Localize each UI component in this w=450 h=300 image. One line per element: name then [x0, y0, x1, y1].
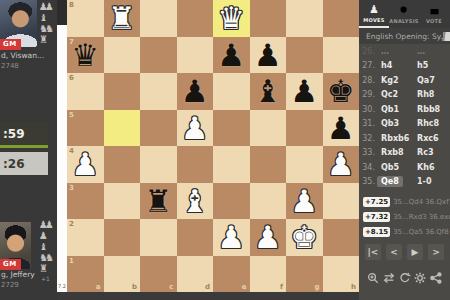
- black-move[interactable]: h5: [417, 61, 428, 70]
- square-a6[interactable]: 6: [67, 73, 104, 110]
- captured-rook: ♜: [39, 263, 57, 274]
- black-move[interactable]: …: [417, 47, 425, 56]
- white-move[interactable]: Qe8: [381, 177, 417, 186]
- file-label: a: [96, 283, 101, 291]
- square-f5[interactable]: [250, 110, 287, 147]
- black-move[interactable]: Rxc6: [417, 134, 439, 143]
- captured-pawn: ♟: [39, 230, 57, 241]
- square-d2[interactable]: [177, 219, 214, 256]
- move-number: 29.: [359, 90, 375, 99]
- evaluation-badge: +7.32: [363, 212, 390, 222]
- square-e6[interactable]: [213, 73, 250, 110]
- rank-label: 3: [69, 184, 74, 192]
- white-move[interactable]: Kg2: [381, 76, 417, 85]
- square-c2[interactable]: [140, 219, 177, 256]
- move-number: 27.: [359, 61, 375, 70]
- move-row[interactable]: 34.Qb5Kh6: [359, 160, 450, 175]
- file-label: b: [132, 283, 137, 291]
- square-d7[interactable]: [177, 37, 214, 74]
- square-b2[interactable]: [104, 219, 141, 256]
- zoom-icon[interactable]: [367, 272, 379, 284]
- square-f2[interactable]: ♟: [250, 219, 287, 256]
- evaluation-bar: 7.2: [57, 0, 67, 292]
- magnifier-icon: [399, 5, 410, 17]
- move-row[interactable]: 33.Rxb8Rc3: [359, 146, 450, 161]
- white-pawn: ♟: [217, 219, 245, 256]
- rank-label: 1: [69, 257, 74, 265]
- white-bishop: ♝: [181, 183, 209, 220]
- square-d8[interactable]: [177, 0, 214, 37]
- rank-label: 6: [69, 74, 74, 82]
- square-g3[interactable]: ♟: [286, 183, 323, 220]
- analysis-line[interactable]: +7.3235...Rxd3 36.exd3 B: [359, 209, 450, 224]
- move-number: 33.: [359, 148, 375, 157]
- square-d6[interactable]: ♟: [177, 73, 214, 110]
- square-g1[interactable]: g: [286, 256, 323, 293]
- square-a5[interactable]: 5: [67, 110, 104, 147]
- player-rating-top: 2748: [1, 62, 19, 70]
- white-move[interactable]: Qb5: [381, 163, 417, 172]
- square-b7[interactable]: [104, 37, 141, 74]
- analysis-line[interactable]: +8.1535...Qa5 36.Qf8+ B: [359, 224, 450, 239]
- file-label: g: [314, 283, 319, 291]
- flip-board-icon[interactable]: [383, 272, 395, 284]
- move-row[interactable]: 31.Qb3Rhc8: [359, 117, 450, 132]
- move-row[interactable]: 27.h4h5: [359, 59, 450, 74]
- square-c3[interactable]: ♜: [140, 183, 177, 220]
- move-navigation: |<<▶>: [359, 244, 450, 260]
- player-name-bottom: g, Jeffery: [1, 270, 35, 279]
- black-move[interactable]: Rh8: [417, 90, 434, 99]
- white-rook: ♜: [108, 0, 136, 37]
- square-d3[interactable]: ♝: [177, 183, 214, 220]
- square-e3[interactable]: [213, 183, 250, 220]
- chess-board: 8♜♛7♛♟♟6♟♝♟♚5♟♟4♟♟3♜♝♟2♟♟♚1abcdefgh: [67, 0, 359, 292]
- next-move-button[interactable]: >: [428, 244, 444, 260]
- square-g8[interactable]: [286, 0, 323, 37]
- square-f4[interactable]: [250, 146, 287, 183]
- gm-badge-bottom: GM: [0, 259, 21, 270]
- square-f6[interactable]: ♝: [250, 73, 287, 110]
- chess-piece-icon: ♟: [369, 4, 379, 16]
- captured-rook: ♜: [39, 34, 57, 45]
- move-row[interactable]: 28.Kg2Qa7: [359, 73, 450, 88]
- white-king: ♚: [290, 219, 318, 256]
- square-e5[interactable]: [213, 110, 250, 147]
- white-move[interactable]: Rbxb6: [381, 134, 417, 143]
- move-row[interactable]: 26.……: [359, 44, 450, 59]
- white-move[interactable]: Qb3: [381, 119, 417, 128]
- clock-top-time: :59: [3, 127, 25, 141]
- move-row[interactable]: 29.Qc2Rh8: [359, 88, 450, 103]
- file-label: f: [280, 283, 283, 291]
- ballot-icon: [429, 5, 440, 17]
- player-rating-bottom: 2729: [1, 281, 19, 289]
- black-move[interactable]: Qa7: [417, 76, 435, 85]
- square-e7[interactable]: ♟: [213, 37, 250, 74]
- square-a2[interactable]: 2: [67, 219, 104, 256]
- captured-pawns: ♟♟: [39, 219, 57, 230]
- opening-name: English Opening: Sy...: [359, 32, 443, 41]
- move-number: 30.: [359, 105, 375, 114]
- move-number: 35.: [359, 177, 375, 186]
- rank-label: 2: [69, 220, 74, 228]
- share-icon[interactable]: [430, 272, 442, 284]
- square-g6[interactable]: ♟: [286, 73, 323, 110]
- rank-label: 4: [69, 147, 74, 155]
- black-king: ♚: [327, 73, 355, 110]
- move-number: 31.: [359, 119, 375, 128]
- opening-name-row: English Opening: Sy...: [359, 28, 450, 44]
- evaluation-bar-black-share: [57, 0, 67, 25]
- evaluation-badge: +7.25: [363, 197, 390, 207]
- file-label: e: [242, 283, 247, 291]
- square-a8[interactable]: 8: [67, 0, 104, 37]
- tab-label: MOVES: [363, 17, 384, 23]
- white-pawn: ♟: [327, 146, 355, 183]
- tab-moves[interactable]: ♟MOVES: [359, 0, 389, 28]
- current-move[interactable]: Qe8: [377, 176, 403, 187]
- square-b5[interactable]: [104, 110, 141, 147]
- white-pawn: ♟: [254, 219, 282, 256]
- square-g2[interactable]: ♚: [286, 219, 323, 256]
- move-number: 32.: [359, 134, 375, 143]
- jump-to-start-button[interactable]: |<: [365, 244, 381, 260]
- white-move[interactable]: …: [381, 47, 417, 56]
- black-pawn: ♟: [217, 37, 245, 74]
- square-b4[interactable]: [104, 146, 141, 183]
- square-a7[interactable]: 7♛: [67, 37, 104, 74]
- tab-label: ANALYSIS: [389, 18, 418, 24]
- white-queen: ♛: [217, 0, 245, 37]
- square-a1[interactable]: 1a: [67, 256, 104, 293]
- file-label: h: [351, 283, 356, 291]
- move-row[interactable]: 35.Qe81-0: [359, 175, 450, 190]
- square-h4[interactable]: ♟: [323, 146, 360, 183]
- square-e8[interactable]: ♛: [213, 0, 250, 37]
- captured-knights: ♞♞: [39, 23, 57, 34]
- clock-top: :59: [0, 122, 48, 145]
- clock-bottom: :26: [0, 152, 48, 175]
- black-pawn: ♟: [290, 73, 318, 110]
- white-move[interactable]: Qb1: [381, 105, 417, 114]
- rank-label: 7: [69, 38, 74, 46]
- players-sidebar: ♟♟♝♞♞♜ GM d, Viswan... 2748 :59 :26 ♟♟♟♝…: [0, 0, 57, 300]
- black-move[interactable]: Rc3: [417, 148, 433, 157]
- settings-icon[interactable]: [414, 272, 426, 284]
- file-label: c: [169, 283, 173, 291]
- rank-label: 8: [69, 1, 74, 9]
- square-f1[interactable]: f: [250, 256, 287, 293]
- tab-analysis[interactable]: ANALYSIS: [389, 0, 419, 28]
- file-label: d: [205, 283, 210, 291]
- white-pawn: ♟: [290, 183, 318, 220]
- active-clock-indicator: [0, 145, 48, 148]
- previous-move-button[interactable]: <: [386, 244, 402, 260]
- square-b1[interactable]: b: [104, 256, 141, 293]
- black-move[interactable]: 1-0: [417, 177, 431, 186]
- white-pawn: ♟: [71, 146, 99, 183]
- black-pawn: ♟: [327, 110, 355, 147]
- black-move[interactable]: Rbb8: [417, 105, 440, 114]
- square-f7[interactable]: ♟: [250, 37, 287, 74]
- player-name-top: d, Viswan...: [1, 51, 44, 60]
- square-h7[interactable]: [323, 37, 360, 74]
- square-g7[interactable]: [286, 37, 323, 74]
- square-b8[interactable]: ♜: [104, 0, 141, 37]
- square-b6[interactable]: [104, 73, 141, 110]
- square-e2[interactable]: ♟: [213, 219, 250, 256]
- captured-pawns: ♟♟: [39, 1, 57, 12]
- square-g5[interactable]: [286, 110, 323, 147]
- move-list: 26.……27.h4h528.Kg2Qa729.Qc2Rh830.Qb1Rbb8…: [359, 44, 450, 189]
- move-row[interactable]: 30.Qb1Rbb8: [359, 102, 450, 117]
- square-h1[interactable]: h: [323, 256, 360, 293]
- board-toolbar: [359, 272, 450, 284]
- play-button[interactable]: ▶: [407, 244, 423, 260]
- square-h3[interactable]: [323, 183, 360, 220]
- evaluation-value: 7.2: [57, 283, 67, 289]
- white-move[interactable]: Rxb8: [381, 148, 417, 157]
- analysis-moves: 35...Qa5 36.Qf8+ B: [393, 228, 450, 236]
- square-c4[interactable]: [140, 146, 177, 183]
- engine-analysis-lines: +7.2535...Qd4 36.Qxf7 R+7.3235...Rxd3 36…: [359, 194, 450, 239]
- square-b3[interactable]: [104, 183, 141, 220]
- captured-knights: ♞♞: [39, 252, 57, 263]
- white-move[interactable]: Qc2: [381, 90, 417, 99]
- black-move[interactable]: Rhc8: [417, 119, 439, 128]
- move-number: 34.: [359, 163, 375, 172]
- captured-bishop: ♝: [39, 12, 57, 23]
- square-h6[interactable]: ♚: [323, 73, 360, 110]
- move-number: 28.: [359, 76, 375, 85]
- move-row[interactable]: 32.Rbxb6Rxc6: [359, 131, 450, 146]
- square-c6[interactable]: [140, 73, 177, 110]
- panel-tabs: ♟MOVESANALYSISVOTE: [359, 0, 450, 28]
- square-g4[interactable]: [286, 146, 323, 183]
- white-pawn: ♟: [181, 110, 209, 147]
- reset-icon[interactable]: [399, 272, 411, 284]
- black-rook: ♜: [144, 183, 172, 220]
- white-move[interactable]: h4: [381, 61, 417, 70]
- square-f3[interactable]: [250, 183, 287, 220]
- move-number: 26.: [359, 47, 375, 56]
- captured-bishop: ♝: [39, 241, 57, 252]
- square-h2[interactable]: [323, 219, 360, 256]
- black-queen: ♛: [71, 37, 99, 74]
- black-bishop: ♝: [254, 73, 282, 110]
- captured-pieces-bottom: ♟♟♟♝♞♞♜: [39, 219, 57, 274]
- moves-panel: ♟MOVESANALYSISVOTE English Opening: Sy..…: [359, 0, 450, 300]
- square-a4[interactable]: 4♟: [67, 146, 104, 183]
- gm-badge-top: GM: [0, 39, 21, 50]
- square-c8[interactable]: [140, 0, 177, 37]
- square-e4[interactable]: [213, 146, 250, 183]
- square-a3[interactable]: 3: [67, 183, 104, 220]
- square-d1[interactable]: d: [177, 256, 214, 293]
- analysis-moves: 35...Qd4 36.Qxf7 R: [393, 198, 450, 206]
- black-pawn: ♟: [181, 73, 209, 110]
- rank-label: 5: [69, 111, 74, 119]
- clock-bottom-time: :26: [3, 157, 25, 171]
- square-c1[interactable]: c: [140, 256, 177, 293]
- square-e1[interactable]: e: [213, 256, 250, 293]
- black-pawn: ♟: [254, 37, 282, 74]
- chess-live-app: ♟♟♝♞♞♜ GM d, Viswan... 2748 :59 :26 ♟♟♟♝…: [0, 0, 450, 300]
- square-h5[interactable]: ♟: [323, 110, 360, 147]
- square-f8[interactable]: [250, 0, 287, 37]
- material-difference: +1: [41, 275, 50, 282]
- square-d4[interactable]: [177, 146, 214, 183]
- tab-vote[interactable]: VOTE: [419, 0, 449, 28]
- square-c5[interactable]: [140, 110, 177, 147]
- black-move[interactable]: Kh6: [417, 163, 434, 172]
- captured-pieces-top: ♟♟♝♞♞♜: [39, 1, 57, 45]
- square-d5[interactable]: ♟: [177, 110, 214, 147]
- square-c7[interactable]: [140, 37, 177, 74]
- book-icon: [442, 32, 450, 41]
- evaluation-badge: +8.15: [363, 227, 390, 237]
- analysis-line[interactable]: +7.2535...Qd4 36.Qxf7 R: [359, 194, 450, 209]
- analysis-moves: 35...Rxd3 36.exd3 B: [393, 213, 450, 221]
- square-h8[interactable]: [323, 0, 360, 37]
- tab-label: VOTE: [426, 18, 442, 24]
